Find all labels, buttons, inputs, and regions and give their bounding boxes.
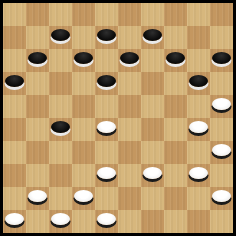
dark-square-r1c0[interactable] — [3, 26, 26, 49]
white-man[interactable] — [97, 167, 116, 179]
light-square-r2c6 — [141, 49, 164, 72]
dark-square-r7c0[interactable] — [3, 164, 26, 187]
dark-square-r6c9[interactable] — [210, 141, 233, 164]
dark-square-r9c8[interactable] — [187, 210, 210, 233]
light-square-r4c4 — [95, 95, 118, 118]
light-square-r8c8 — [187, 187, 210, 210]
light-square-r5c3 — [72, 118, 95, 141]
light-square-r8c2 — [49, 187, 72, 210]
dark-square-r4c3[interactable] — [72, 95, 95, 118]
dark-square-r6c3[interactable] — [72, 141, 95, 164]
light-square-r5c9 — [210, 118, 233, 141]
light-square-r7c3 — [72, 164, 95, 187]
light-square-r6c6 — [141, 141, 164, 164]
light-square-r1c1 — [26, 26, 49, 49]
dark-square-r4c5[interactable] — [118, 95, 141, 118]
black-man[interactable] — [166, 52, 185, 64]
dark-square-r4c1[interactable] — [26, 95, 49, 118]
dark-square-r6c7[interactable] — [164, 141, 187, 164]
light-square-r9c1 — [26, 210, 49, 233]
white-man[interactable] — [74, 190, 93, 202]
white-man[interactable] — [97, 213, 116, 225]
black-man[interactable] — [51, 121, 70, 133]
black-man[interactable] — [5, 75, 24, 87]
dark-square-r3c2[interactable] — [49, 72, 72, 95]
black-man[interactable] — [74, 52, 93, 64]
light-square-r2c0 — [3, 49, 26, 72]
dark-square-r2c7[interactable] — [164, 49, 187, 72]
dark-square-r8c7[interactable] — [164, 187, 187, 210]
light-square-r4c2 — [49, 95, 72, 118]
dark-square-r0c3[interactable] — [72, 3, 95, 26]
dark-square-r4c9[interactable] — [210, 95, 233, 118]
light-square-r0c6 — [141, 3, 164, 26]
light-square-r9c3 — [72, 210, 95, 233]
light-square-r9c7 — [164, 210, 187, 233]
dark-square-r8c9[interactable] — [210, 187, 233, 210]
dark-square-r7c6[interactable] — [141, 164, 164, 187]
light-square-r3c1 — [26, 72, 49, 95]
light-square-r2c8 — [187, 49, 210, 72]
light-square-r5c5 — [118, 118, 141, 141]
dark-square-r2c1[interactable] — [26, 49, 49, 72]
light-square-r8c4 — [95, 187, 118, 210]
light-square-r7c7 — [164, 164, 187, 187]
dark-square-r1c8[interactable] — [187, 26, 210, 49]
black-man[interactable] — [143, 29, 162, 41]
white-man[interactable] — [97, 121, 116, 133]
white-man[interactable] — [189, 121, 208, 133]
dark-square-r1c6[interactable] — [141, 26, 164, 49]
light-square-r9c5 — [118, 210, 141, 233]
dark-square-r2c5[interactable] — [118, 49, 141, 72]
white-man[interactable] — [212, 98, 231, 110]
dark-square-r9c2[interactable] — [49, 210, 72, 233]
light-square-r3c5 — [118, 72, 141, 95]
light-square-r4c0 — [3, 95, 26, 118]
dark-square-r2c9[interactable] — [210, 49, 233, 72]
light-square-r4c8 — [187, 95, 210, 118]
dark-square-r5c8[interactable] — [187, 118, 210, 141]
light-square-r1c7 — [164, 26, 187, 49]
light-square-r0c0 — [3, 3, 26, 26]
dark-square-r0c1[interactable] — [26, 3, 49, 26]
light-square-r3c3 — [72, 72, 95, 95]
dark-square-r7c4[interactable] — [95, 164, 118, 187]
dark-square-r1c4[interactable] — [95, 26, 118, 49]
dark-square-r3c6[interactable] — [141, 72, 164, 95]
light-square-r5c7 — [164, 118, 187, 141]
draughts-board — [0, 0, 236, 236]
dark-square-r1c2[interactable] — [49, 26, 72, 49]
white-man[interactable] — [212, 190, 231, 202]
dark-square-r2c3[interactable] — [72, 49, 95, 72]
light-square-r4c6 — [141, 95, 164, 118]
light-square-r8c0 — [3, 187, 26, 210]
dark-square-r3c8[interactable] — [187, 72, 210, 95]
light-square-r1c3 — [72, 26, 95, 49]
dark-square-r6c1[interactable] — [26, 141, 49, 164]
dark-square-r5c4[interactable] — [95, 118, 118, 141]
dark-square-r9c4[interactable] — [95, 210, 118, 233]
black-man[interactable] — [97, 75, 116, 87]
light-square-r0c8 — [187, 3, 210, 26]
dark-square-r4c7[interactable] — [164, 95, 187, 118]
light-square-r1c9 — [210, 26, 233, 49]
dark-square-r9c0[interactable] — [3, 210, 26, 233]
light-square-r6c8 — [187, 141, 210, 164]
white-man[interactable] — [189, 167, 208, 179]
white-man[interactable] — [51, 213, 70, 225]
dark-square-r7c8[interactable] — [187, 164, 210, 187]
light-square-r6c2 — [49, 141, 72, 164]
dark-square-r5c2[interactable] — [49, 118, 72, 141]
black-man[interactable] — [120, 52, 139, 64]
white-man[interactable] — [143, 167, 162, 179]
white-man[interactable] — [28, 190, 47, 202]
dark-square-r0c7[interactable] — [164, 3, 187, 26]
dark-square-r7c2[interactable] — [49, 164, 72, 187]
dark-square-r8c1[interactable] — [26, 187, 49, 210]
light-square-r6c4 — [95, 141, 118, 164]
light-square-r0c2 — [49, 3, 72, 26]
light-square-r2c4 — [95, 49, 118, 72]
dark-square-r3c0[interactable] — [3, 72, 26, 95]
white-man[interactable] — [212, 144, 231, 156]
black-man[interactable] — [28, 52, 47, 64]
light-square-r1c5 — [118, 26, 141, 49]
black-man[interactable] — [51, 29, 70, 41]
dark-square-r8c3[interactable] — [72, 187, 95, 210]
light-square-r0c4 — [95, 3, 118, 26]
light-square-r9c9 — [210, 210, 233, 233]
light-square-r7c5 — [118, 164, 141, 187]
black-man[interactable] — [212, 52, 231, 64]
light-square-r7c9 — [210, 164, 233, 187]
dark-square-r5c6[interactable] — [141, 118, 164, 141]
dark-square-r3c4[interactable] — [95, 72, 118, 95]
dark-square-r0c9[interactable] — [210, 3, 233, 26]
white-man[interactable] — [5, 213, 24, 225]
light-square-r3c9 — [210, 72, 233, 95]
light-square-r6c0 — [3, 141, 26, 164]
light-square-r2c2 — [49, 49, 72, 72]
light-square-r3c7 — [164, 72, 187, 95]
light-square-r5c1 — [26, 118, 49, 141]
dark-square-r0c5[interactable] — [118, 3, 141, 26]
dark-square-r9c6[interactable] — [141, 210, 164, 233]
black-man[interactable] — [189, 75, 208, 87]
dark-square-r5c0[interactable] — [3, 118, 26, 141]
black-man[interactable] — [97, 29, 116, 41]
light-square-r8c6 — [141, 187, 164, 210]
dark-square-r8c5[interactable] — [118, 187, 141, 210]
light-square-r7c1 — [26, 164, 49, 187]
dark-square-r6c5[interactable] — [118, 141, 141, 164]
